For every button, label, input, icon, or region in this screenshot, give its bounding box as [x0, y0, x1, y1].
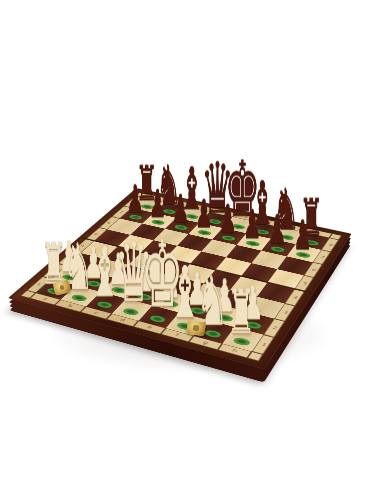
square-e3: [166, 277, 204, 297]
square-f2: [179, 298, 218, 320]
square-f3: [192, 284, 230, 305]
brass-clasp-front: [186, 320, 206, 337]
product-photo-scene: aa88bb77cc66dd55ee44ff33gg22hh11♜♞♝♛♚♝♞♜…: [0, 0, 375, 500]
square-g3: [219, 290, 257, 311]
square-e2: [152, 291, 191, 313]
square-d2: [126, 284, 165, 305]
square-e4: [178, 264, 215, 284]
square-d3: [140, 271, 178, 291]
square-f4: [204, 270, 241, 290]
